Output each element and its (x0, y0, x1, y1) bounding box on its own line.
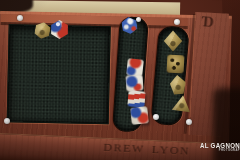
die-d6 (167, 55, 185, 74)
maker-logo-icon: Ɗ (201, 13, 215, 31)
photo-dice-vault: Ɗ DREW LYON AL GAGNON PHOTOGRAPHY (0, 0, 240, 160)
die-d6 (130, 106, 149, 125)
screw (17, 15, 23, 21)
watermark-name: AL GAGNON (200, 142, 240, 149)
die-d6 (127, 90, 145, 107)
main-rolling-tray (7, 24, 111, 124)
screw (174, 19, 180, 25)
watermark-subtitle: PHOTOGRAPHY (219, 149, 234, 152)
die-d6 (125, 74, 143, 91)
photographer-watermark: AL GAGNON PHOTOGRAPHY (200, 142, 240, 155)
screw (136, 17, 141, 22)
engraved-owner-name: DREW LYON (103, 142, 190, 159)
screw (4, 118, 10, 124)
screw (153, 114, 159, 120)
screw (186, 119, 192, 125)
